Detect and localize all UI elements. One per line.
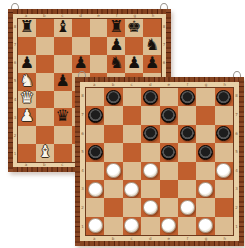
chess-piece-black-knight[interactable]: ♞ — [109, 55, 123, 71]
chess-piece-black-pawn[interactable]: ♟ — [20, 55, 34, 71]
draughts-square-d5[interactable] — [141, 143, 159, 161]
coord-label: f — [178, 83, 197, 87]
draughts-square-c5[interactable] — [123, 143, 141, 161]
coord-label: b — [104, 83, 123, 87]
chess-square-a3[interactable]: ♟ — [18, 108, 36, 126]
draughts-square-f4[interactable] — [178, 162, 196, 180]
coord-label: g — [197, 83, 216, 87]
coord-label: 7 — [81, 106, 85, 125]
chess-square-b8[interactable] — [36, 19, 54, 37]
draughts-piece-white-man[interactable] — [161, 218, 176, 233]
draughts-square-g6[interactable] — [196, 125, 214, 143]
coord-label: a — [17, 163, 35, 167]
coord-label: c — [53, 163, 71, 167]
draughts-square-f6[interactable] — [178, 125, 196, 143]
draughts-square-d4[interactable] — [141, 162, 159, 180]
draughts-square-a5[interactable] — [86, 143, 104, 161]
coord-label: 6 — [81, 124, 85, 143]
chess-piece-white-bishop[interactable]: ♝ — [38, 144, 52, 160]
draughts-rank-labels-right: 87654321 — [235, 87, 239, 236]
chess-square-c8[interactable]: ♝ — [54, 19, 72, 37]
chess-square-c5[interactable]: ♟ — [54, 73, 72, 91]
chess-square-d6[interactable]: ♟ — [72, 55, 90, 73]
coord-label: b — [35, 163, 53, 167]
draughts-square-g2[interactable] — [196, 198, 214, 216]
chess-piece-black-rook[interactable]: ♜ — [20, 19, 34, 35]
chess-square-a1[interactable] — [18, 144, 36, 162]
draughts-square-b1[interactable] — [104, 217, 122, 235]
draughts-square-f1[interactable] — [178, 217, 196, 235]
chess-piece-black-pawn[interactable]: ♟ — [145, 55, 159, 71]
draughts-square-b2[interactable] — [104, 198, 122, 216]
draughts-square-e8[interactable] — [160, 88, 178, 106]
draughts-piece-dark-man[interactable] — [180, 90, 195, 105]
draughts-square-d7[interactable] — [141, 106, 159, 124]
coord-label: e — [160, 83, 179, 87]
coord-label: a — [85, 237, 104, 241]
draughts-square-g5[interactable] — [196, 143, 214, 161]
draughts-square-f3[interactable] — [178, 180, 196, 198]
draughts-square-f8[interactable] — [178, 88, 196, 106]
chess-piece-black-rook[interactable]: ♜ — [109, 19, 123, 35]
draughts-square-d8[interactable] — [141, 88, 159, 106]
draughts-square-a6[interactable] — [86, 125, 104, 143]
coord-label: c — [122, 83, 141, 87]
coord-label: 8 — [162, 18, 166, 36]
draughts-rank-labels-left: 87654321 — [81, 87, 85, 236]
draughts-square-g4[interactable] — [196, 162, 214, 180]
chess-square-b5[interactable] — [36, 73, 54, 91]
draughts-square-e1[interactable] — [160, 217, 178, 235]
chess-square-c3[interactable]: ♛ — [54, 108, 72, 126]
chess-square-e7[interactable] — [90, 37, 108, 55]
draughts-square-e4[interactable] — [160, 162, 178, 180]
draughts-piece-white-man[interactable] — [88, 218, 103, 233]
coord-label: f — [178, 237, 197, 241]
coord-label: a — [85, 83, 104, 87]
draughts-piece-dark-man[interactable] — [198, 145, 213, 160]
draughts-square-h1[interactable] — [215, 217, 233, 235]
draughts-square-f7[interactable] — [178, 106, 196, 124]
coord-label: c — [122, 237, 141, 241]
draughts-square-c7[interactable] — [123, 106, 141, 124]
chess-square-b4[interactable] — [36, 91, 54, 109]
draughts-piece-white-man[interactable] — [124, 182, 139, 197]
draughts-piece-white-man[interactable] — [106, 163, 121, 178]
chess-square-c1[interactable] — [54, 144, 72, 162]
draughts-square-g7[interactable] — [196, 106, 214, 124]
chess-square-b7[interactable] — [36, 37, 54, 55]
draughts-square-e3[interactable] — [160, 180, 178, 198]
draughts-grid — [85, 87, 234, 236]
draughts-square-e5[interactable] — [160, 143, 178, 161]
draughts-piece-dark-man[interactable] — [106, 90, 121, 105]
draughts-square-e7[interactable] — [160, 106, 178, 124]
coord-label: d — [141, 237, 160, 241]
chess-square-g6[interactable]: ♟ — [125, 55, 143, 73]
draughts-square-c8[interactable] — [123, 88, 141, 106]
coord-label: 8 — [235, 87, 239, 106]
chess-square-f6[interactable]: ♞ — [107, 55, 125, 73]
coord-label: 5 — [81, 143, 85, 162]
coord-label: d — [141, 83, 160, 87]
draughts-piece-white-man[interactable] — [216, 163, 231, 178]
chess-piece-black-king[interactable]: ♚ — [127, 19, 141, 35]
draughts-square-f5[interactable] — [178, 143, 196, 161]
coord-label: e — [160, 237, 179, 241]
draughts-square-b7[interactable] — [104, 106, 122, 124]
draughts-square-c6[interactable] — [123, 125, 141, 143]
draughts-file-labels-bottom: abcdefgh — [85, 237, 234, 241]
draughts-square-d3[interactable] — [141, 180, 159, 198]
coord-label: 4 — [235, 162, 239, 181]
chess-piece-white-knight[interactable]: ♞ — [20, 73, 34, 89]
chess-square-e6[interactable] — [90, 55, 108, 73]
scene: abcdefgh abcdefgh 87654321 87654321 ♜♝♜♚… — [0, 0, 245, 248]
draughts-file-labels-top: abcdefgh — [85, 83, 234, 87]
draughts-square-a4[interactable] — [86, 162, 104, 180]
draughts-square-c3[interactable] — [123, 180, 141, 198]
coord-label: 2 — [235, 199, 239, 218]
chess-square-c7[interactable] — [54, 37, 72, 55]
draughts-square-h3[interactable] — [215, 180, 233, 198]
draughts-square-a7[interactable] — [86, 106, 104, 124]
chess-square-b1[interactable]: ♝ — [36, 144, 54, 162]
draughts-piece-dark-man[interactable] — [216, 126, 231, 141]
draughts-square-e6[interactable] — [160, 125, 178, 143]
chess-square-b6[interactable] — [36, 55, 54, 73]
draughts-square-a3[interactable] — [86, 180, 104, 198]
draughts-square-h5[interactable] — [215, 143, 233, 161]
draughts-square-a1[interactable] — [86, 217, 104, 235]
coord-label: 7 — [162, 36, 166, 54]
draughts-piece-dark-man[interactable] — [216, 90, 231, 105]
draughts-square-c2[interactable] — [123, 198, 141, 216]
draughts-piece-white-man[interactable] — [198, 218, 213, 233]
draughts-square-b8[interactable] — [104, 88, 122, 106]
draughts-square-a2[interactable] — [86, 198, 104, 216]
chess-piece-black-pawn[interactable]: ♟ — [109, 37, 123, 53]
draughts-piece-dark-man[interactable] — [180, 126, 195, 141]
chess-square-c2[interactable] — [54, 126, 72, 144]
chess-square-a2[interactable] — [18, 126, 36, 144]
draughts-board: abcdefgh abcdefgh 87654321 87654321 — [75, 77, 244, 246]
draughts-piece-dark-man[interactable] — [88, 145, 103, 160]
chess-square-a8[interactable]: ♜ — [18, 19, 36, 37]
coord-label: b — [104, 237, 123, 241]
draughts-piece-white-man[interactable] — [88, 182, 103, 197]
frame-edge — [239, 77, 244, 246]
coord-label: 3 — [235, 180, 239, 199]
chess-square-b3[interactable] — [36, 108, 54, 126]
draughts-square-g8[interactable] — [196, 88, 214, 106]
draughts-square-d2[interactable] — [141, 198, 159, 216]
draughts-piece-dark-man[interactable] — [143, 90, 158, 105]
chess-square-g8[interactable]: ♚ — [125, 19, 143, 37]
coord-label: 5 — [235, 143, 239, 162]
coord-label: 3 — [81, 180, 85, 199]
draughts-piece-dark-man[interactable] — [143, 126, 158, 141]
draughts-square-a8[interactable] — [86, 88, 104, 106]
draughts-piece-white-man[interactable] — [180, 200, 195, 215]
draughts-square-b4[interactable] — [104, 162, 122, 180]
coord-label: 1 — [235, 217, 239, 236]
draughts-square-d1[interactable] — [141, 217, 159, 235]
draughts-square-c4[interactable] — [123, 162, 141, 180]
draughts-square-d6[interactable] — [141, 125, 159, 143]
coord-label: h — [215, 83, 234, 87]
chess-piece-black-pawn[interactable]: ♟ — [73, 55, 87, 71]
coord-label: h — [215, 237, 234, 241]
draughts-square-g1[interactable] — [196, 217, 214, 235]
coord-label: g — [197, 237, 216, 241]
coord-label: 2 — [81, 199, 85, 218]
chess-piece-black-queen[interactable]: ♛ — [56, 108, 70, 124]
coord-label: 6 — [162, 54, 166, 72]
draughts-square-b3[interactable] — [104, 180, 122, 198]
chess-square-d8[interactable] — [72, 19, 90, 37]
coord-label: 8 — [81, 87, 85, 106]
chess-piece-white-queen[interactable]: ♛ — [20, 90, 34, 106]
draughts-square-b6[interactable] — [104, 125, 122, 143]
draughts-square-h4[interactable] — [215, 162, 233, 180]
draughts-piece-white-man[interactable] — [124, 218, 139, 233]
draughts-piece-white-man[interactable] — [143, 200, 158, 215]
chess-piece-black-pawn[interactable]: ♟ — [56, 73, 70, 89]
draughts-square-c1[interactable] — [123, 217, 141, 235]
draughts-piece-dark-man[interactable] — [88, 108, 103, 123]
draughts-piece-white-man[interactable] — [198, 182, 213, 197]
draughts-square-e2[interactable] — [160, 198, 178, 216]
draughts-square-h8[interactable] — [215, 88, 233, 106]
draughts-square-b5[interactable] — [104, 143, 122, 161]
draughts-piece-white-man[interactable] — [143, 163, 158, 178]
draughts-piece-dark-man[interactable] — [161, 145, 176, 160]
draughts-square-h6[interactable] — [215, 125, 233, 143]
draughts-square-h7[interactable] — [215, 106, 233, 124]
coord-label: 6 — [235, 124, 239, 143]
draughts-piece-dark-man[interactable] — [161, 108, 176, 123]
coord-label: 4 — [81, 162, 85, 181]
coord-label: 1 — [81, 217, 85, 236]
chess-piece-black-bishop[interactable]: ♝ — [56, 19, 70, 35]
draughts-square-h2[interactable] — [215, 198, 233, 216]
chess-piece-black-pawn[interactable]: ♟ — [127, 55, 141, 71]
chess-piece-black-knight[interactable]: ♞ — [145, 37, 159, 53]
frame-edge — [75, 241, 244, 246]
chess-square-h6[interactable]: ♟ — [143, 55, 161, 73]
draughts-square-g3[interactable] — [196, 180, 214, 198]
chess-square-e8[interactable] — [90, 19, 108, 37]
draughts-square-f2[interactable] — [178, 198, 196, 216]
coord-label: 7 — [235, 106, 239, 125]
chess-piece-white-pawn[interactable]: ♟ — [20, 108, 34, 124]
